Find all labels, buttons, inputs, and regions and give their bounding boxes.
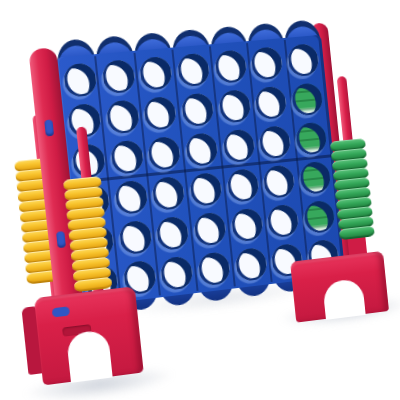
board-cell [106,135,148,179]
board-cell [295,156,335,199]
board-cell [148,171,190,215]
empty-hole [197,251,231,286]
board-cell [110,175,152,219]
board-cell [226,203,267,247]
right-foot-arch [322,278,365,320]
board-cell [139,92,181,136]
board-cell [144,132,186,176]
empty-hole [250,46,283,80]
board-cell [214,85,255,128]
empty-hole [234,247,267,282]
empty-hole [222,129,255,164]
board-cell [173,48,214,91]
empty-hole [139,56,173,91]
empty-hole [143,96,177,131]
right-foot [290,251,389,323]
empty-hole [63,62,98,97]
empty-hole-green-behind [299,161,332,195]
board-cell [59,58,102,102]
board-cell [152,211,194,255]
board-cell [101,95,143,139]
board-cell [222,164,263,207]
empty-hole [156,216,190,251]
empty-hole [109,140,144,175]
foot-peg [52,306,70,317]
frame-peg [44,119,54,136]
board-cell [114,215,156,259]
empty-hole [287,43,320,77]
empty-hole [105,99,140,134]
board-cell [259,160,299,203]
board-cell [255,121,295,164]
empty-hole [147,136,181,171]
board-cell [189,207,230,251]
left-foot-arch [66,329,113,383]
board-cell [97,55,139,99]
empty-hole [189,172,223,207]
board-cell [181,128,222,172]
empty-hole [101,59,136,94]
board-cell [194,247,235,291]
empty-hole [160,255,194,290]
empty-hole [267,204,300,239]
board-cell [287,78,327,121]
board-cell [210,45,251,88]
empty-hole [185,132,219,167]
empty-hole-green-behind [291,82,324,116]
empty-hole [214,49,248,83]
board-cell [247,42,288,85]
empty-hole [255,86,288,120]
left-foot [34,286,144,385]
board-cell [299,195,339,238]
empty-hole [230,208,263,243]
empty-hole-green-behind [295,121,328,155]
empty-hole [259,125,292,160]
empty-hole [181,92,215,127]
empty-hole-green-behind [303,200,336,235]
board-cell [156,251,198,295]
board-cell [185,168,226,212]
board-cell [263,199,303,242]
board-cell [218,124,259,167]
board-cell [291,117,331,160]
empty-hole [176,53,210,88]
empty-hole [226,168,259,203]
board-cell [135,52,177,95]
empty-hole [114,180,149,215]
frame-peg [56,231,66,248]
empty-hole [193,212,227,247]
empty-hole [263,164,296,199]
product-photo [0,0,400,400]
board-cell [177,88,218,131]
empty-hole [218,89,252,124]
connect-four-set [0,0,400,400]
board-cell [251,81,291,124]
board-cell [283,39,323,81]
board-cell [231,243,272,287]
empty-hole [118,220,152,256]
empty-hole [152,176,186,211]
